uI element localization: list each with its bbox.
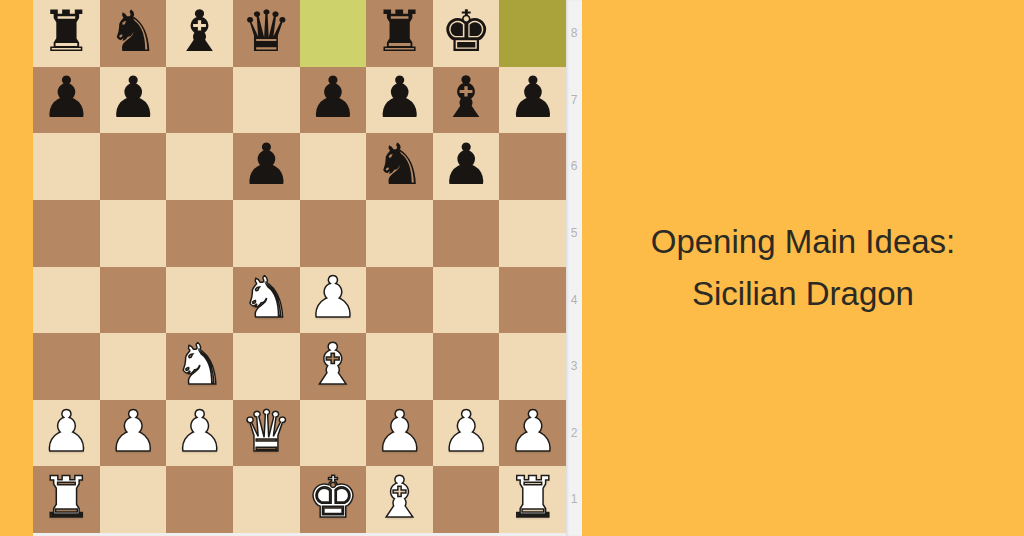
- square-g8[interactable]: ♚: [433, 0, 500, 67]
- square-b2[interactable]: ♟: [100, 400, 167, 467]
- rank-label-4: 4: [571, 294, 578, 306]
- square-b8[interactable]: ♞: [100, 0, 167, 67]
- square-a7[interactable]: ♟: [33, 67, 100, 134]
- square-a1[interactable]: ♜: [33, 466, 100, 533]
- square-h1[interactable]: ♜: [499, 466, 566, 533]
- square-c6[interactable]: [166, 133, 233, 200]
- square-d1[interactable]: [233, 466, 300, 533]
- square-b7[interactable]: ♟: [100, 67, 167, 134]
- piece-white-bishop[interactable]: ♝: [307, 336, 358, 393]
- piece-black-pawn[interactable]: ♟: [241, 136, 292, 193]
- square-f3[interactable]: [366, 333, 433, 400]
- square-a4[interactable]: [33, 267, 100, 334]
- piece-white-rook[interactable]: ♜: [41, 469, 92, 526]
- square-f2[interactable]: ♟: [366, 400, 433, 467]
- square-a6[interactable]: [33, 133, 100, 200]
- square-d3[interactable]: [233, 333, 300, 400]
- square-f5[interactable]: [366, 200, 433, 267]
- piece-white-pawn[interactable]: ♟: [507, 403, 558, 460]
- piece-black-bishop[interactable]: ♝: [441, 69, 492, 126]
- square-f8[interactable]: ♜: [366, 0, 433, 67]
- square-b6[interactable]: [100, 133, 167, 200]
- square-h8[interactable]: [499, 0, 566, 67]
- square-d7[interactable]: [233, 67, 300, 134]
- square-c8[interactable]: ♝: [166, 0, 233, 67]
- piece-white-rook[interactable]: ♜: [507, 469, 558, 526]
- square-a5[interactable]: [33, 200, 100, 267]
- square-b3[interactable]: [100, 333, 167, 400]
- square-g2[interactable]: ♟: [433, 400, 500, 467]
- square-c4[interactable]: [166, 267, 233, 334]
- square-h7[interactable]: ♟: [499, 67, 566, 134]
- piece-black-queen[interactable]: ♛: [241, 3, 292, 60]
- square-c2[interactable]: ♟: [166, 400, 233, 467]
- square-e5[interactable]: [300, 200, 367, 267]
- square-d5[interactable]: [233, 200, 300, 267]
- square-f7[interactable]: ♟: [366, 67, 433, 134]
- square-e7[interactable]: ♟: [300, 67, 367, 134]
- rank-coordinate-strip: 87654321: [566, 0, 582, 536]
- square-g1[interactable]: [433, 466, 500, 533]
- square-g4[interactable]: [433, 267, 500, 334]
- square-g7[interactable]: ♝: [433, 67, 500, 134]
- square-h6[interactable]: [499, 133, 566, 200]
- square-b4[interactable]: [100, 267, 167, 334]
- rank-label-1: 1: [571, 493, 578, 505]
- rank-label-8: 8: [571, 27, 578, 39]
- square-e6[interactable]: [300, 133, 367, 200]
- square-h5[interactable]: [499, 200, 566, 267]
- piece-white-pawn[interactable]: ♟: [41, 403, 92, 460]
- piece-black-pawn[interactable]: ♟: [307, 69, 358, 126]
- square-g3[interactable]: [433, 333, 500, 400]
- piece-white-pawn[interactable]: ♟: [307, 269, 358, 326]
- piece-white-bishop[interactable]: ♝: [374, 469, 425, 526]
- piece-white-queen[interactable]: ♛: [241, 403, 292, 460]
- square-f6[interactable]: ♞: [366, 133, 433, 200]
- square-d2[interactable]: ♛: [233, 400, 300, 467]
- square-c1[interactable]: [166, 466, 233, 533]
- piece-black-rook[interactable]: ♜: [41, 3, 92, 60]
- square-d8[interactable]: ♛: [233, 0, 300, 67]
- piece-black-pawn[interactable]: ♟: [374, 69, 425, 126]
- piece-white-pawn[interactable]: ♟: [174, 403, 225, 460]
- rank-label-2: 2: [571, 427, 578, 439]
- piece-white-pawn[interactable]: ♟: [107, 403, 158, 460]
- square-g6[interactable]: ♟: [433, 133, 500, 200]
- square-c7[interactable]: [166, 67, 233, 134]
- caption-panel: Opening Main Ideas: Sicilian Dragon: [582, 0, 1024, 536]
- piece-white-pawn[interactable]: ♟: [441, 403, 492, 460]
- piece-black-pawn[interactable]: ♟: [441, 136, 492, 193]
- piece-black-pawn[interactable]: ♟: [507, 69, 558, 126]
- piece-black-knight[interactable]: ♞: [107, 3, 158, 60]
- square-c3[interactable]: ♞: [166, 333, 233, 400]
- square-d6[interactable]: ♟: [233, 133, 300, 200]
- square-h4[interactable]: [499, 267, 566, 334]
- square-f4[interactable]: [366, 267, 433, 334]
- square-e1[interactable]: ♚: [300, 466, 367, 533]
- rank-label-5: 5: [571, 227, 578, 239]
- piece-white-knight[interactable]: ♞: [174, 336, 225, 393]
- page: ♜♞♝♛♜♚♟♟♟♟♝♟♟♞♟♞♟♞♝♟♟♟♛♟♟♟♜♚♝♜ 87654321 …: [0, 0, 1024, 536]
- square-b5[interactable]: [100, 200, 167, 267]
- square-b1[interactable]: [100, 466, 167, 533]
- caption-line-2: Sicilian Dragon: [692, 268, 914, 320]
- caption-line-1: Opening Main Ideas:: [651, 216, 956, 268]
- square-g5[interactable]: [433, 200, 500, 267]
- rank-label-7: 7: [571, 94, 578, 106]
- rank-label-6: 6: [571, 160, 578, 172]
- square-e3[interactable]: ♝: [300, 333, 367, 400]
- square-e2[interactable]: [300, 400, 367, 467]
- piece-white-pawn[interactable]: ♟: [374, 403, 425, 460]
- square-e4[interactable]: ♟: [300, 267, 367, 334]
- piece-black-pawn[interactable]: ♟: [107, 69, 158, 126]
- square-a2[interactable]: ♟: [33, 400, 100, 467]
- square-h3[interactable]: [499, 333, 566, 400]
- piece-white-king[interactable]: ♚: [307, 469, 358, 526]
- square-f1[interactable]: ♝: [366, 466, 433, 533]
- piece-black-pawn[interactable]: ♟: [41, 69, 92, 126]
- rank-label-3: 3: [571, 360, 578, 372]
- square-d4[interactable]: ♞: [233, 267, 300, 334]
- square-e8[interactable]: [300, 0, 367, 67]
- piece-black-rook[interactable]: ♜: [374, 3, 425, 60]
- piece-black-king[interactable]: ♚: [441, 3, 492, 60]
- square-h2[interactable]: ♟: [499, 400, 566, 467]
- piece-black-knight[interactable]: ♞: [374, 136, 425, 193]
- square-a3[interactable]: [33, 333, 100, 400]
- square-a8[interactable]: ♜: [33, 0, 100, 67]
- chess-board: ♜♞♝♛♜♚♟♟♟♟♝♟♟♞♟♞♟♞♝♟♟♟♛♟♟♟♜♚♝♜: [33, 0, 566, 533]
- square-c5[interactable]: [166, 200, 233, 267]
- piece-black-bishop[interactable]: ♝: [174, 3, 225, 60]
- piece-white-knight[interactable]: ♞: [241, 269, 292, 326]
